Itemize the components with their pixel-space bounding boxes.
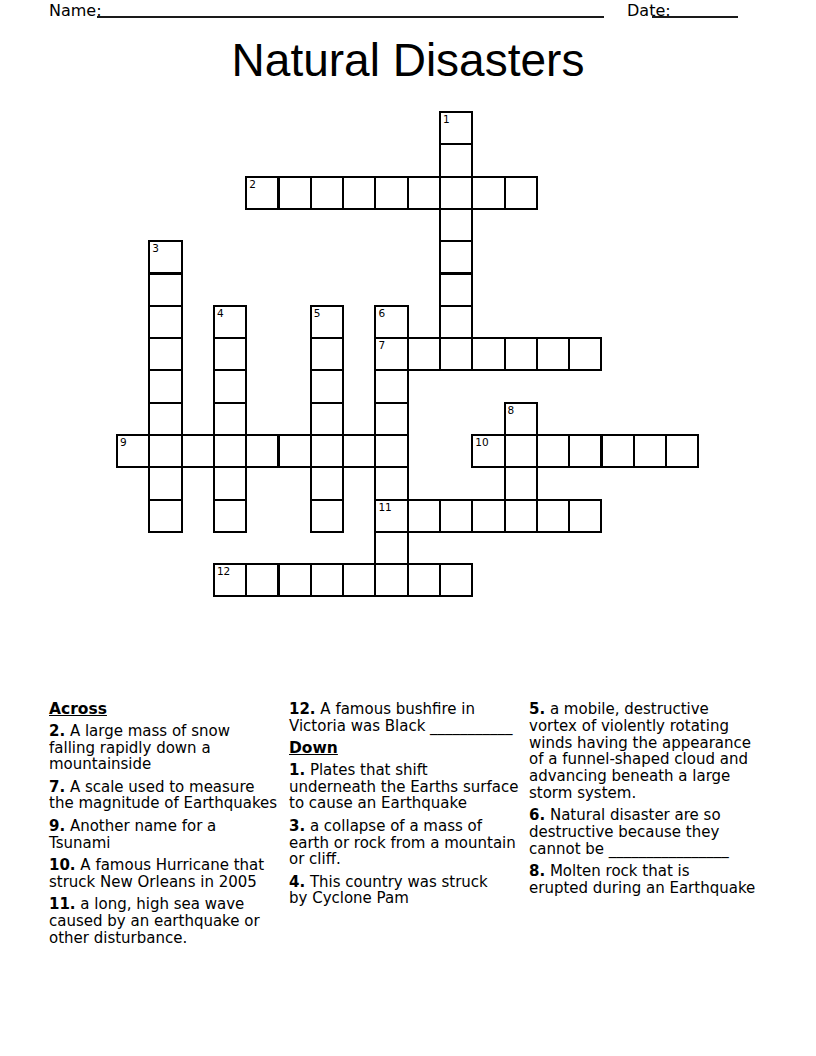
grid-cell-7-12[interactable] [504, 337, 538, 371]
grid-cell-7-13[interactable] [536, 337, 570, 371]
grid-cell-14-5[interactable] [278, 563, 312, 597]
cell-number-10: 10 [475, 436, 488, 448]
clue-down-6: 6. Natural disaster are sodestructive be… [529, 807, 781, 857]
grid-cell-7-9[interactable] [407, 337, 441, 371]
grid-cell-13-8[interactable] [374, 531, 408, 565]
grid-cell-10-0[interactable]: 9 [116, 434, 150, 468]
cell-number-8: 8 [508, 404, 515, 416]
across-header: Across [49, 701, 283, 718]
grid-cell-2-5[interactable] [278, 176, 312, 210]
grid-cell-14-9[interactable] [407, 563, 441, 597]
grid-cell-10-3[interactable] [213, 434, 247, 468]
clue-down-4: 4. This country was struckby Cyclone Pam [289, 874, 525, 908]
grid-cell-10-8[interactable] [374, 434, 408, 468]
grid-cell-12-10[interactable] [439, 499, 473, 533]
grid-cell-10-1[interactable] [148, 434, 182, 468]
puzzle-title: Natural Disasters [0, 32, 816, 88]
grid-cell-11-1[interactable] [148, 466, 182, 500]
grid-cell-11-6[interactable] [310, 466, 344, 500]
grid-cell-14-6[interactable] [310, 563, 344, 597]
grid-cell-9-1[interactable] [148, 402, 182, 436]
cell-number-5: 5 [314, 307, 321, 319]
cell-number-7: 7 [378, 339, 385, 351]
grid-cell-7-8[interactable]: 7 [374, 337, 408, 371]
grid-cell-6-10[interactable] [439, 305, 473, 339]
grid-cell-5-10[interactable] [439, 273, 473, 307]
name-blank-line[interactable] [97, 1, 604, 18]
clue-across-2: 2. A large mass of snowfalling rapidly d… [49, 723, 283, 773]
clue-number-label: 6. [529, 806, 545, 824]
grid-cell-10-12[interactable] [504, 434, 538, 468]
grid-cell-12-12[interactable] [504, 499, 538, 533]
clue-number-label: 8. [529, 862, 545, 880]
grid-cell-12-6[interactable] [310, 499, 344, 533]
clues-column-3: 5. a mobile, destructivevortex of violen… [529, 701, 781, 902]
clue-across-12: 12. A famous bushfire inVictoria was Bla… [289, 701, 525, 735]
grid-cell-7-11[interactable] [471, 337, 505, 371]
clue-across-9: 9. Another name for aTsunami [49, 818, 283, 852]
clues-column-1: Across2. A large mass of snowfalling rap… [49, 701, 283, 952]
name-label: Name: [49, 2, 102, 19]
grid-cell-5-1[interactable] [148, 273, 182, 307]
grid-cell-3-10[interactable] [439, 208, 473, 242]
grid-cell-7-1[interactable] [148, 337, 182, 371]
grid-cell-11-3[interactable] [213, 466, 247, 500]
clue-number-label: 1. [289, 761, 305, 779]
grid-cell-12-14[interactable] [568, 499, 602, 533]
grid-cell-2-11[interactable] [471, 176, 505, 210]
grid-cell-12-1[interactable] [148, 499, 182, 533]
grid-cell-9-12[interactable]: 8 [504, 402, 538, 436]
clue-number-label: 11. [49, 895, 76, 913]
grid-cell-12-8[interactable]: 11 [374, 499, 408, 533]
grid-cell-7-14[interactable] [568, 337, 602, 371]
grid-cell-8-1[interactable] [148, 369, 182, 403]
grid-cell-10-7[interactable] [342, 434, 376, 468]
grid-cell-6-1[interactable] [148, 305, 182, 339]
grid-cell-10-5[interactable] [278, 434, 312, 468]
grid-cell-10-4[interactable] [245, 434, 279, 468]
grid-cell-4-10[interactable] [439, 240, 473, 274]
date-blank-line[interactable] [652, 1, 738, 18]
cell-number-6: 6 [378, 307, 385, 319]
grid-cell-10-14[interactable] [568, 434, 602, 468]
cell-number-4: 4 [217, 307, 224, 319]
cell-number-9: 9 [120, 436, 127, 448]
grid-cell-9-3[interactable] [213, 402, 247, 436]
grid-cell-2-12[interactable] [504, 176, 538, 210]
clue-number-label: 9. [49, 817, 65, 835]
grid-cell-14-3[interactable]: 12 [213, 563, 247, 597]
clue-number-label: 3. [289, 817, 305, 835]
grid-cell-11-12[interactable] [504, 466, 538, 500]
clue-number-label: 10. [49, 856, 76, 874]
grid-cell-0-10[interactable]: 1 [439, 111, 473, 145]
grid-cell-14-4[interactable] [245, 563, 279, 597]
grid-cell-14-10[interactable] [439, 563, 473, 597]
clue-across-11: 11. a long, high sea wavecaused by an ea… [49, 896, 283, 946]
grid-cell-2-8[interactable] [374, 176, 408, 210]
clue-down-1: 1. Plates that shiftunderneath the Earth… [289, 762, 525, 812]
grid-cell-10-16[interactable] [633, 434, 667, 468]
grid-cell-9-8[interactable] [374, 402, 408, 436]
clue-across-10: 10. A famous Hurricane thatstruck New Or… [49, 857, 283, 891]
grid-cell-12-9[interactable] [407, 499, 441, 533]
clue-number-label: 2. [49, 722, 65, 740]
grid-cell-10-6[interactable] [310, 434, 344, 468]
clue-number-label: 5. [529, 700, 545, 718]
grid-cell-12-3[interactable] [213, 499, 247, 533]
clue-number-label: 7. [49, 778, 65, 796]
grid-cell-10-13[interactable] [536, 434, 570, 468]
clues-column-2: 12. A famous bushfire inVictoria was Bla… [289, 701, 525, 913]
clue-down-8: 8. Molten rock that iserupted during an … [529, 863, 781, 897]
grid-cell-2-9[interactable] [407, 176, 441, 210]
clue-number-label: 4. [289, 873, 305, 891]
grid-cell-14-8[interactable] [374, 563, 408, 597]
clue-number-label: 12. [289, 700, 316, 718]
down-header: Down [289, 740, 525, 757]
cell-number-11: 11 [378, 501, 391, 513]
cell-number-1: 1 [443, 113, 450, 125]
clue-down-5: 5. a mobile, destructivevortex of violen… [529, 701, 781, 802]
grid-cell-9-6[interactable] [310, 402, 344, 436]
worksheet-page: Name: Date: Natural Disasters 1234567118… [0, 0, 816, 1056]
grid-cell-12-11[interactable] [471, 499, 505, 533]
grid-cell-6-8[interactable]: 6 [374, 305, 408, 339]
grid-cell-2-7[interactable] [342, 176, 376, 210]
cell-number-12: 12 [217, 565, 230, 577]
grid-cell-8-3[interactable] [213, 369, 247, 403]
grid-cell-10-15[interactable] [601, 434, 635, 468]
grid-cell-2-10[interactable] [439, 176, 473, 210]
cell-number-2: 2 [249, 178, 256, 190]
grid-cell-10-2[interactable] [181, 434, 215, 468]
grid-cell-8-6[interactable] [310, 369, 344, 403]
grid-cell-6-6[interactable]: 5 [310, 305, 344, 339]
grid-cell-12-13[interactable] [536, 499, 570, 533]
clue-across-7: 7. A scale used to measurethe magnitude … [49, 779, 283, 813]
grid-cell-7-10[interactable] [439, 337, 473, 371]
grid-cell-7-6[interactable] [310, 337, 344, 371]
grid-cell-8-8[interactable] [374, 369, 408, 403]
grid-cell-2-6[interactable] [310, 176, 344, 210]
grid-cell-14-7[interactable] [342, 563, 376, 597]
grid-cell-11-8[interactable] [374, 466, 408, 500]
grid-cell-2-4[interactable]: 2 [245, 176, 279, 210]
grid-cell-7-3[interactable] [213, 337, 247, 371]
grid-cell-1-10[interactable] [439, 143, 473, 177]
grid-cell-10-17[interactable] [665, 434, 699, 468]
grid-cell-4-1[interactable]: 3 [148, 240, 182, 274]
grid-cell-10-11[interactable]: 10 [471, 434, 505, 468]
clue-down-3: 3. a collapse of a mass ofearth or rock … [289, 818, 525, 868]
cell-number-3: 3 [152, 242, 159, 254]
grid-cell-6-3[interactable]: 4 [213, 305, 247, 339]
